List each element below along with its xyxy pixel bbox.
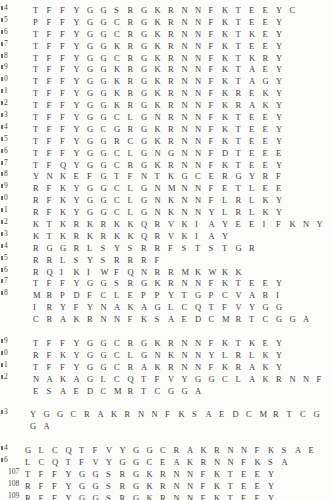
grid-cell: T	[141, 386, 155, 398]
sequence-row: ESAEDCMRTCGGA	[0, 383, 332, 395]
sequence-row: 0RFKYGGCLGNKNNYLRLKY	[0, 347, 332, 359]
grid-cell: E	[241, 493, 255, 500]
sequence-row: 3KTKRKRKKQRVKIAY	[0, 228, 332, 240]
sequence-row: 5PFFYGGCRGKRNNFKTEEY	[0, 14, 332, 26]
sequence-row: 7TFQYGGCRGKRNNFKTEEY	[0, 157, 332, 169]
sequence-row: 8YNKEFGTFNTKGCERGYRF	[0, 168, 332, 180]
row-number: 0	[1, 192, 8, 204]
grid-cell: A	[168, 314, 182, 326]
grid-cell: A	[44, 421, 58, 433]
row-number: 4	[1, 240, 8, 252]
row-number: 6	[1, 264, 8, 276]
sequence-row: 9TFFYGGCRGKRNNFKTKEY	[0, 335, 332, 347]
grid-cell: A	[60, 314, 74, 326]
sequence-letters: ESAEDCMRTCGGA	[33, 383, 209, 398]
row-number: 4	[1, 442, 8, 454]
grid-cell: K	[214, 493, 228, 500]
sequence-row: 108RFFYGGSRGKRNNFKTEEY	[0, 478, 332, 490]
row-number: 2	[1, 371, 8, 383]
grid-cell: E	[255, 493, 269, 500]
row-number: 0	[1, 347, 8, 359]
grid-cell: N	[174, 493, 188, 500]
row-number: 109	[8, 490, 19, 500]
sequence-row: 4RGGRLSYSRRFSTSTGR	[0, 240, 332, 252]
sequence-row: 1RFKYGGCLGNKNNYLRLKY	[0, 204, 332, 216]
row-number: 7	[1, 275, 8, 287]
grid-cell: C	[155, 386, 169, 398]
grid-cell: N	[101, 314, 115, 326]
row-number: 1	[1, 359, 8, 371]
sequence-row: 0RFKYGGCLGNKNNFLRLKY	[0, 192, 332, 204]
grid-cell: S	[106, 493, 120, 500]
sequence-row: 7TFFYGGSRGKRNNFKTEEY	[0, 275, 332, 287]
grid-cell: N	[114, 314, 128, 326]
grid-cell: G	[290, 314, 304, 326]
grid-cell: R	[120, 493, 134, 500]
grid-cell: R	[47, 314, 61, 326]
grid-cell: G	[133, 493, 147, 500]
sequence-letters: CRAKRNNFKSAEDCMRTCGGA	[33, 311, 317, 326]
grid-cell: A	[60, 386, 74, 398]
row-number: 2	[1, 216, 8, 228]
grid-cell: R	[87, 314, 101, 326]
grid-cell: R	[128, 386, 142, 398]
grid-cell: T	[228, 493, 242, 500]
sequence-alignment-figure: 4TFFYGGSRGKRNNFKTEEYC5PFFYGGCRGKRNNFKTEE…	[0, 0, 332, 500]
grid-cell: T	[249, 314, 263, 326]
grid-cell: K	[74, 314, 88, 326]
row-number: 2	[1, 97, 8, 109]
grid-cell: F	[52, 493, 66, 500]
sequence-row: 6LCQTFVYGGCEAKRNNFKSA	[0, 454, 332, 466]
row-number: 107	[8, 466, 19, 478]
sequence-letters: RFFYGGSRGKRNNFKTEEY	[25, 490, 282, 500]
sequence-letters: GA	[30, 418, 57, 433]
grid-cell: Y	[66, 493, 80, 500]
grid-cell: D	[195, 314, 209, 326]
row-number: 1	[1, 204, 8, 216]
sequence-row: 8TFFYGGCRGKRNNFKTKRY	[0, 50, 332, 62]
grid-cell: S	[47, 386, 61, 398]
grid-cell: E	[33, 386, 47, 398]
sequence-row: 2TFFYGGKRGKRNNFKRAKY	[0, 97, 332, 109]
sequence-row: 1TFFYGGCRAKRNNFKRAKY	[0, 359, 332, 371]
grid-cell: G	[93, 493, 107, 500]
row-number: 7	[1, 38, 8, 50]
grid-cell: S	[155, 314, 169, 326]
row-number: 9	[1, 61, 8, 73]
grid-cell: M	[114, 386, 128, 398]
sequence-row: 5TFFYGGRCGKRNNFKTEEY	[0, 133, 332, 145]
grid-cell: F	[201, 493, 215, 500]
grid-cell: C	[33, 314, 47, 326]
grid-cell: G	[79, 493, 93, 500]
grid-cell: E	[182, 314, 196, 326]
grid-cell: E	[74, 386, 88, 398]
sequence-row: 0TFFYGGKRGKRNNFKTAGY	[0, 73, 332, 85]
sequence-row: CRAKRNNFKSAEDCMRTCGGA	[0, 311, 332, 323]
grid-cell: R	[25, 493, 39, 500]
grid-cell: G	[276, 314, 290, 326]
row-number: 7	[1, 157, 8, 169]
row-number: 0	[1, 73, 8, 85]
sequence-row: 5RRLSYSRRRF	[0, 252, 332, 264]
sequence-row: 107TFFYGGSRGKRNNFKTEEY	[0, 466, 332, 478]
grid-cell: R	[236, 314, 250, 326]
row-number: 5	[1, 14, 8, 26]
sequence-row: 4GLCQTFVYGGCRAKRNNFKSAE	[0, 442, 332, 454]
row-number: 5	[1, 252, 8, 264]
sequence-row: 109RFFYGGSRGKRNNFKTEEY	[0, 490, 332, 500]
sequence-row: 6RQIKIWFQNRRMKWKK	[0, 264, 332, 276]
grid-cell: A	[303, 314, 317, 326]
grid-cell: Y	[268, 493, 282, 500]
grid-cell: A	[195, 386, 209, 398]
row-number: 6	[1, 454, 8, 466]
sequence-row: 3TFFYGGCLGNRNNFKTEEY	[0, 109, 332, 121]
row-number: 3	[1, 109, 8, 121]
row-number: 3	[1, 406, 8, 418]
row-number: 8	[1, 168, 8, 180]
row-number: 108	[8, 478, 19, 490]
grid-cell: C	[209, 314, 223, 326]
sequence-row: 4TFFYGGSRGKRNNFKTEEYC	[0, 2, 332, 14]
sequence-row: GA	[0, 418, 332, 430]
row-number: 3	[1, 228, 8, 240]
grid-cell: G	[30, 421, 44, 433]
sequence-row: IRYFYNAKAGLCQTFVYGG	[0, 299, 332, 311]
sequence-row: 6TFFYGGCLGNGNNFDTEEE	[0, 145, 332, 157]
grid-cell: R	[160, 493, 174, 500]
sequence-row: 9TFFYGGKRGKRNNFKTAEY	[0, 61, 332, 73]
row-number: 5	[1, 133, 8, 145]
sequence-row: 8MRPDFCLEPPYTGPCVARI	[0, 287, 332, 299]
grid-cell: D	[87, 386, 101, 398]
grid-cell: G	[182, 386, 196, 398]
row-number: 9	[1, 335, 8, 347]
sequence-row: 2NAKAGLCQTFVYGGCLAKRNNF	[0, 371, 332, 383]
sequence-row: 2KTKRKRKKQRVKIAYEEIFKNY	[0, 216, 332, 228]
grid-cell: C	[101, 386, 115, 398]
row-number: 4	[1, 2, 8, 14]
row-number: 4	[1, 121, 8, 133]
grid-cell: F	[39, 493, 53, 500]
sequence-row: 9RFKYGGCLGNMNNFETLEE	[0, 180, 332, 192]
row-number: 6	[1, 26, 8, 38]
grid-cell: K	[147, 493, 161, 500]
sequence-row: 6TFFYGGCRGKRNNFKTKEY	[0, 26, 332, 38]
row-number: 9	[1, 180, 8, 192]
sequence-row: 3YGGCRAKRNNFKSAEDCMRTCG	[0, 406, 332, 418]
letter-grid: 4TFFYGGSRGKRNNFKTEEYC5PFFYGGCRGKRNNFKTEE…	[0, 2, 332, 500]
sequence-row: 1TFFYGGKRGKRNNFKREKY	[0, 85, 332, 97]
sequence-row: 4TFFYGCGRGKRNNFKTEEY	[0, 121, 332, 133]
row-number: 1	[1, 85, 8, 97]
grid-cell: G	[168, 386, 182, 398]
row-number: 8	[1, 287, 8, 299]
row-number: 8	[1, 50, 8, 62]
grid-cell: C	[263, 314, 277, 326]
grid-cell: K	[141, 314, 155, 326]
grid-cell: N	[187, 493, 201, 500]
row-number: 6	[1, 145, 8, 157]
grid-cell: F	[128, 314, 142, 326]
grid-cell: M	[222, 314, 236, 326]
sequence-row: 7TFFYGGKRGKRNNFKTEEY	[0, 38, 332, 50]
